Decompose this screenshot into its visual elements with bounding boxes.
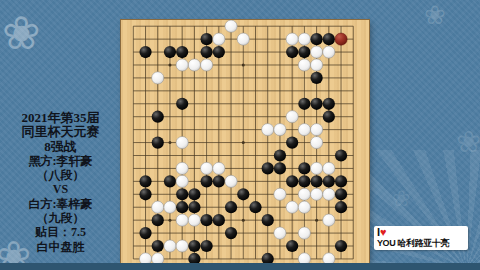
stone-black: [286, 46, 298, 58]
stone-black: [286, 175, 298, 187]
stone-white: [298, 227, 310, 239]
stone-white: [164, 201, 176, 213]
stone-black: [188, 188, 200, 200]
stone-black: [139, 227, 151, 239]
stone-white: [311, 188, 323, 200]
stone-white: [311, 46, 323, 58]
stone-white: [298, 33, 310, 45]
info-line-vs: VS: [0, 182, 121, 196]
hoshi-point: [242, 219, 245, 222]
stone-black: [323, 111, 335, 123]
stone-black: [311, 98, 323, 110]
stone-white: [323, 253, 335, 263]
stone-white: [323, 162, 335, 174]
stone-black: [311, 175, 323, 187]
stone-white: [298, 201, 310, 213]
info-line-komi: 贴目：7.5: [0, 225, 121, 239]
match-info-panel: 2021年第35届 同里杯天元赛 8强战 黑方:李轩豪 （八段） VS 白方:辜…: [0, 111, 121, 254]
stone-black: [335, 175, 347, 187]
stone-white: [176, 59, 188, 71]
stone-black: [201, 46, 213, 58]
stone-black: [152, 111, 164, 123]
stone-white: [176, 214, 188, 226]
watermark-line2: YOU 哈利路亚十亮: [377, 238, 465, 248]
stone-black: [176, 188, 188, 200]
stone-white: [188, 214, 200, 226]
stone-black: [335, 240, 347, 252]
stone-last-move-red: [335, 33, 347, 45]
stone-black: [188, 201, 200, 213]
stone-white: [164, 240, 176, 252]
stone-black: [213, 175, 225, 187]
stone-white: [286, 201, 298, 213]
stone-white: [152, 72, 164, 84]
stone-black: [176, 201, 188, 213]
stone-black: [335, 149, 347, 161]
stone-white: [176, 162, 188, 174]
info-line-stage: 8强战: [0, 140, 121, 154]
stone-white: [152, 253, 164, 263]
stone-black: [152, 240, 164, 252]
stone-black: [152, 136, 164, 148]
bottom-bar: [0, 263, 480, 270]
heart-icon: ♥: [380, 226, 387, 238]
stone-black: [298, 98, 310, 110]
stone-white: [201, 59, 213, 71]
stone-black: [139, 175, 151, 187]
stone-black: [323, 98, 335, 110]
stone-white: [286, 33, 298, 45]
info-line-white-player: 白方:辜梓豪: [0, 197, 121, 211]
stone-white: [176, 136, 188, 148]
stone-black: [298, 175, 310, 187]
info-line-black-rank: （八段）: [0, 168, 121, 182]
stone-white: [274, 227, 286, 239]
stone-black: [335, 188, 347, 200]
stone-black: [249, 201, 261, 213]
stone-black: [274, 149, 286, 161]
info-line-white-rank: （九段）: [0, 211, 121, 225]
stone-black: [176, 98, 188, 110]
hoshi-point: [168, 63, 171, 66]
info-line-event: 同里杯天元赛: [0, 125, 121, 139]
stone-black: [139, 46, 151, 58]
flower-decoration-faint-1: ❀: [424, 0, 446, 31]
stone-black: [311, 72, 323, 84]
stone-black: [323, 175, 335, 187]
stone-white: [298, 59, 310, 71]
stone-white: [188, 59, 200, 71]
stone-black: [262, 253, 274, 263]
stone-black: [188, 240, 200, 252]
hoshi-point: [242, 141, 245, 144]
stone-white: [286, 111, 298, 123]
stone-white: [298, 253, 310, 263]
stone-white: [274, 188, 286, 200]
hoshi-point: [242, 63, 245, 66]
info-line-year: 2021年第35届: [0, 111, 121, 125]
stone-black: [139, 188, 151, 200]
stone-black: [335, 201, 347, 213]
stone-black: [201, 33, 213, 45]
stone-black: [311, 33, 323, 45]
stone-white: [311, 124, 323, 136]
stone-black: [323, 33, 335, 45]
stone-white: [152, 201, 164, 213]
watermark-line1: I♥: [377, 227, 465, 238]
info-line-black-player: 黑方:李轩豪: [0, 154, 121, 168]
hoshi-point: [168, 219, 171, 222]
stone-white: [213, 33, 225, 45]
stone-black: [188, 253, 200, 263]
lotus-decoration-top-left: ❀: [2, 6, 41, 60]
stone-black: [201, 214, 213, 226]
stone-white: [323, 214, 335, 226]
stone-white: [323, 46, 335, 58]
stone-black: [298, 162, 310, 174]
stone-black: [225, 227, 237, 239]
stone-black: [176, 46, 188, 58]
stone-white: [176, 175, 188, 187]
stone-black: [262, 162, 274, 174]
stone-black: [286, 136, 298, 148]
stone-white: [262, 124, 274, 136]
stone-black: [237, 188, 249, 200]
stone-white: [213, 162, 225, 174]
info-line-result: 白中盘胜: [0, 240, 121, 254]
stone-white: [274, 124, 286, 136]
stone-black: [286, 240, 298, 252]
stone-black: [201, 240, 213, 252]
stone-white: [225, 20, 237, 32]
stone-black: [164, 175, 176, 187]
stone-white: [225, 175, 237, 187]
stone-white: [237, 33, 249, 45]
stone-black: [225, 201, 237, 213]
stone-white: [298, 188, 310, 200]
go-board-svg: [121, 20, 369, 263]
stone-white: [311, 59, 323, 71]
stone-white: [298, 124, 310, 136]
stone-black: [213, 46, 225, 58]
stone-white: [323, 188, 335, 200]
hoshi-point: [315, 219, 318, 222]
stone-white: [176, 240, 188, 252]
stone-black: [152, 214, 164, 226]
stone-black: [298, 46, 310, 58]
go-board: [121, 20, 369, 263]
video-frame: ❀ ❀ ❀ ❀ ❀ 2021年第35届 同里杯天元赛 8强战 黑方:李轩豪 （八…: [0, 0, 480, 270]
stone-black: [213, 214, 225, 226]
stone-black: [164, 46, 176, 58]
stone-black: [201, 175, 213, 187]
stone-black: [274, 162, 286, 174]
stone-white: [311, 136, 323, 148]
stone-white: [139, 253, 151, 263]
stone-white: [311, 162, 323, 174]
hoshi-point: [168, 141, 171, 144]
watermark-badge: I♥ YOU 哈利路亚十亮: [374, 226, 468, 250]
stone-black: [262, 214, 274, 226]
stone-white: [201, 162, 213, 174]
